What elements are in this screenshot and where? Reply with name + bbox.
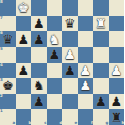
square-h4[interactable]: ♟ (109, 63, 125, 79)
square-g5[interactable] (93, 47, 109, 63)
square-c6[interactable]: ♟ (31, 31, 47, 47)
square-c5[interactable] (31, 47, 47, 63)
square-e8[interactable] (62, 0, 78, 16)
piece-black-pawn[interactable]: ♟ (95, 95, 107, 108)
coord-rank-label: 8 (0, 0, 3, 4)
piece-black-pawn[interactable]: ♟ (110, 95, 122, 108)
square-f3[interactable]: ♟ (78, 78, 94, 94)
square-h6[interactable] (109, 31, 125, 47)
coord-rank-label: 2 (0, 94, 3, 98)
square-a4[interactable]: 4 (0, 63, 16, 79)
square-b5[interactable] (16, 47, 32, 63)
piece-black-pawn[interactable]: ♟ (64, 63, 76, 76)
square-e5[interactable]: ♟ (62, 47, 78, 63)
coord-rank-label: 6 (0, 31, 3, 35)
piece-black-pawn[interactable]: ♟ (17, 63, 29, 76)
piece-black-pawn[interactable]: ♟ (33, 16, 45, 29)
square-f6[interactable] (78, 31, 94, 47)
square-h8[interactable] (109, 0, 125, 16)
square-g4[interactable] (93, 63, 109, 79)
square-c8[interactable] (31, 0, 47, 16)
square-h3[interactable] (109, 78, 125, 94)
square-c3[interactable]: ♞ (31, 78, 47, 94)
square-a1[interactable]: 1a (0, 109, 16, 125)
square-d2[interactable] (47, 94, 63, 110)
piece-black-pawn[interactable]: ♟ (48, 48, 60, 61)
square-a7[interactable]: 7 (0, 16, 16, 32)
square-b6[interactable]: ♟ (16, 31, 32, 47)
square-f4[interactable]: ♟ (78, 63, 94, 79)
piece-black-queen[interactable]: ♛ (64, 16, 76, 29)
square-d7[interactable] (47, 16, 63, 32)
square-h1[interactable]: h♜ (109, 109, 125, 125)
square-b7[interactable] (16, 16, 32, 32)
square-g2[interactable]: ♟ (93, 94, 109, 110)
square-d3[interactable] (47, 78, 63, 94)
square-h5[interactable] (109, 47, 125, 63)
piece-black-pawn[interactable]: ♟ (33, 32, 45, 45)
square-c7[interactable]: ♟ (31, 16, 47, 32)
piece-white-pawn[interactable]: ♟ (64, 48, 76, 61)
square-e6[interactable] (62, 31, 78, 47)
coord-file-label: h (121, 121, 124, 125)
square-a6[interactable]: 6♛ (0, 31, 16, 47)
square-f5[interactable] (78, 47, 94, 63)
piece-white-pawn[interactable]: ♟ (79, 63, 91, 76)
coord-rank-label: 7 (0, 16, 3, 20)
piece-white-pawn[interactable]: ♟ (110, 63, 122, 76)
square-d4[interactable] (47, 63, 63, 79)
chess-board: 8♚7♟♛♜6♛♟♟♞5♟♟4♟♟♟♟3♚♞♟2♟♟♟1abcdefgh♜ (0, 0, 124, 125)
square-b8[interactable]: ♚ (16, 0, 32, 16)
piece-black-pawn[interactable]: ♟ (33, 95, 45, 108)
square-g6[interactable] (93, 31, 109, 47)
square-a3[interactable]: 3♚ (0, 78, 16, 94)
square-g8[interactable] (93, 0, 109, 16)
square-d6[interactable]: ♞ (47, 31, 63, 47)
square-e7[interactable]: ♛ (62, 16, 78, 32)
piece-black-knight[interactable]: ♞ (33, 79, 45, 92)
square-h2[interactable]: ♟ (109, 94, 125, 110)
square-a2[interactable]: 2 (0, 94, 16, 110)
piece-black-queen[interactable]: ♛ (2, 32, 14, 45)
piece-white-knight[interactable]: ♞ (48, 32, 60, 45)
square-g3[interactable] (93, 78, 109, 94)
square-f1[interactable]: f (78, 109, 94, 125)
chess-app: 8♚7♟♛♜6♛♟♟♞5♟♟4♟♟♟♟3♚♞♟2♟♟♟1abcdefgh♜ (0, 0, 124, 125)
square-b3[interactable] (16, 78, 32, 94)
square-a8[interactable]: 8 (0, 0, 16, 16)
square-c2[interactable]: ♟ (31, 94, 47, 110)
square-d8[interactable] (47, 0, 63, 16)
piece-black-rook[interactable]: ♜ (110, 110, 122, 123)
piece-black-pawn[interactable]: ♟ (17, 32, 29, 45)
square-c1[interactable]: c (31, 109, 47, 125)
square-d1[interactable]: d (47, 109, 63, 125)
piece-white-king[interactable]: ♚ (17, 1, 29, 14)
square-h7[interactable] (109, 16, 125, 32)
coord-rank-label: 3 (0, 78, 3, 82)
square-d5[interactable]: ♟ (47, 47, 63, 63)
square-b2[interactable] (16, 94, 32, 110)
square-e2[interactable] (62, 94, 78, 110)
square-f8[interactable] (78, 0, 94, 16)
square-f7[interactable] (78, 16, 94, 32)
coord-rank-label: 4 (0, 63, 3, 67)
square-f2[interactable] (78, 94, 94, 110)
piece-white-pawn[interactable]: ♟ (79, 79, 91, 92)
coord-rank-label: 5 (0, 47, 3, 51)
square-e1[interactable]: e (62, 109, 78, 125)
square-e3[interactable] (62, 78, 78, 94)
coord-rank-label: 1 (0, 109, 3, 113)
piece-white-rook[interactable]: ♜ (95, 16, 107, 29)
square-b1[interactable]: b (16, 109, 32, 125)
square-a5[interactable]: 5 (0, 47, 16, 63)
piece-black-king[interactable]: ♚ (2, 79, 14, 92)
square-e4[interactable]: ♟ (62, 63, 78, 79)
square-b4[interactable]: ♟ (16, 63, 32, 79)
square-g1[interactable]: g (93, 109, 109, 125)
square-c4[interactable] (31, 63, 47, 79)
square-g7[interactable]: ♜ (93, 16, 109, 32)
